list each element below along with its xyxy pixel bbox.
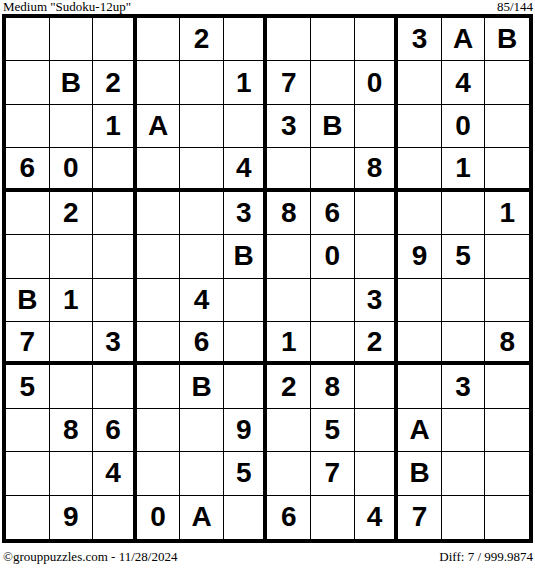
cell-r12c1[interactable] xyxy=(6,496,50,539)
cell-r9c5: B xyxy=(180,365,224,408)
cell-r1c5: 2 xyxy=(180,18,224,61)
cell-r9c2[interactable] xyxy=(50,365,94,408)
cell-r6c12[interactable] xyxy=(485,235,529,278)
cell-r6c11: 5 xyxy=(442,235,486,278)
cell-r8c2[interactable] xyxy=(50,322,94,365)
cell-r8c12: 8 xyxy=(485,322,529,365)
cell-r6c9[interactable] xyxy=(355,235,399,278)
cell-r5c5[interactable] xyxy=(180,192,224,235)
cell-r8c10[interactable] xyxy=(398,322,442,365)
cell-r9c7: 2 xyxy=(267,365,311,408)
cell-r5c8: 6 xyxy=(311,192,355,235)
cell-r10c5[interactable] xyxy=(180,409,224,452)
cell-r10c12[interactable] xyxy=(485,409,529,452)
cell-r3c6[interactable] xyxy=(224,105,268,148)
cell-r7c2: 1 xyxy=(50,279,94,322)
cell-r7c5: 4 xyxy=(180,279,224,322)
cell-r6c8: 0 xyxy=(311,235,355,278)
cell-r7c4[interactable] xyxy=(137,279,181,322)
cell-r6c6: B xyxy=(224,235,268,278)
cell-r2c4[interactable] xyxy=(137,61,181,104)
cell-r9c3[interactable] xyxy=(93,365,137,408)
cell-r4c1: 6 xyxy=(6,148,50,191)
cell-r11c11[interactable] xyxy=(442,452,486,495)
cell-r10c11[interactable] xyxy=(442,409,486,452)
cell-r10c2: 8 xyxy=(50,409,94,452)
cell-r11c3: 4 xyxy=(93,452,137,495)
cell-r1c1[interactable] xyxy=(6,18,50,61)
cell-r4c7[interactable] xyxy=(267,148,311,191)
cell-r8c1: 7 xyxy=(6,322,50,365)
cell-r1c6[interactable] xyxy=(224,18,268,61)
cell-r9c4[interactable] xyxy=(137,365,181,408)
cell-r7c8[interactable] xyxy=(311,279,355,322)
cell-r11c10: B xyxy=(398,452,442,495)
cell-r12c9: 4 xyxy=(355,496,399,539)
cell-r4c9: 8 xyxy=(355,148,399,191)
cell-r7c11[interactable] xyxy=(442,279,486,322)
cell-r11c2[interactable] xyxy=(50,452,94,495)
cell-r3c8: B xyxy=(311,105,355,148)
cell-r8c3: 3 xyxy=(93,322,137,365)
cell-r5c11[interactable] xyxy=(442,192,486,235)
cell-r8c9: 2 xyxy=(355,322,399,365)
cell-r5c2: 2 xyxy=(50,192,94,235)
cell-r6c3[interactable] xyxy=(93,235,137,278)
cell-r4c12[interactable] xyxy=(485,148,529,191)
puzzle-title: Medium "Sudoku-12up" xyxy=(3,0,131,14)
cell-r6c4[interactable] xyxy=(137,235,181,278)
cell-r9c10[interactable] xyxy=(398,365,442,408)
cell-r12c8[interactable] xyxy=(311,496,355,539)
cell-r5c12: 1 xyxy=(485,192,529,235)
cell-r1c10: 3 xyxy=(398,18,442,61)
cell-r9c9[interactable] xyxy=(355,365,399,408)
cell-r11c12[interactable] xyxy=(485,452,529,495)
cell-r1c8[interactable] xyxy=(311,18,355,61)
cell-r12c3[interactable] xyxy=(93,496,137,539)
cell-r7c7[interactable] xyxy=(267,279,311,322)
cell-r9c6[interactable] xyxy=(224,365,268,408)
cell-r10c10: A xyxy=(398,409,442,452)
cell-r10c1[interactable] xyxy=(6,409,50,452)
cell-r6c10: 9 xyxy=(398,235,442,278)
cell-r7c1: B xyxy=(6,279,50,322)
cell-r6c1[interactable] xyxy=(6,235,50,278)
cell-r9c11: 3 xyxy=(442,365,486,408)
cell-r4c5[interactable] xyxy=(180,148,224,191)
cell-r3c3: 1 xyxy=(93,105,137,148)
cell-r7c12[interactable] xyxy=(485,279,529,322)
cell-r11c6: 5 xyxy=(224,452,268,495)
cell-r3c4: A xyxy=(137,105,181,148)
cell-r2c5[interactable] xyxy=(180,61,224,104)
cell-r4c10[interactable] xyxy=(398,148,442,191)
cell-r7c3[interactable] xyxy=(93,279,137,322)
cell-r1c9[interactable] xyxy=(355,18,399,61)
cell-r2c6: 1 xyxy=(224,61,268,104)
cell-r12c10: 7 xyxy=(398,496,442,539)
cell-r12c5: A xyxy=(180,496,224,539)
cell-r4c2: 0 xyxy=(50,148,94,191)
cell-r5c6: 3 xyxy=(224,192,268,235)
cell-r5c10[interactable] xyxy=(398,192,442,235)
cell-r3c7: 3 xyxy=(267,105,311,148)
cell-r5c1[interactable] xyxy=(6,192,50,235)
cell-r11c9[interactable] xyxy=(355,452,399,495)
cell-r9c1: 5 xyxy=(6,365,50,408)
cell-r8c5: 6 xyxy=(180,322,224,365)
cell-r3c11: 0 xyxy=(442,105,486,148)
cell-r12c12[interactable] xyxy=(485,496,529,539)
cell-r9c8: 8 xyxy=(311,365,355,408)
cell-r4c8[interactable] xyxy=(311,148,355,191)
cell-counter: 85/144 xyxy=(497,0,533,14)
cell-r2c1[interactable] xyxy=(6,61,50,104)
cell-r8c7: 1 xyxy=(267,322,311,365)
cell-r12c7: 6 xyxy=(267,496,311,539)
cell-r3c9[interactable] xyxy=(355,105,399,148)
cell-r1c3[interactable] xyxy=(93,18,137,61)
cell-r3c12[interactable] xyxy=(485,105,529,148)
cell-r2c11: 4 xyxy=(442,61,486,104)
cell-r11c8: 7 xyxy=(311,452,355,495)
cell-r5c3[interactable] xyxy=(93,192,137,235)
cell-r12c6[interactable] xyxy=(224,496,268,539)
copyright-text: ©grouppuzzles.com - 11/28/2024 xyxy=(3,549,177,564)
cell-r3c5[interactable] xyxy=(180,105,224,148)
page-footer: ©grouppuzzles.com - 11/28/2024 Diff: 7 /… xyxy=(0,549,535,564)
cell-r5c7: 8 xyxy=(267,192,311,235)
cell-r1c2[interactable] xyxy=(50,18,94,61)
cell-r8c6[interactable] xyxy=(224,322,268,365)
cell-r2c10[interactable] xyxy=(398,61,442,104)
cell-r3c1[interactable] xyxy=(6,105,50,148)
cell-r10c7[interactable] xyxy=(267,409,311,452)
cell-r6c7[interactable] xyxy=(267,235,311,278)
cell-r3c10[interactable] xyxy=(398,105,442,148)
cell-r4c3[interactable] xyxy=(93,148,137,191)
page-header: Medium "Sudoku-12up" 85/144 xyxy=(0,0,535,14)
cell-r12c2: 9 xyxy=(50,496,94,539)
cell-r1c7[interactable] xyxy=(267,18,311,61)
cell-r8c8[interactable] xyxy=(311,322,355,365)
cell-r8c11[interactable] xyxy=(442,322,486,365)
cell-r8c4[interactable] xyxy=(137,322,181,365)
cell-r12c4: 0 xyxy=(137,496,181,539)
difficulty-text: Diff: 7 / 999.9874 xyxy=(439,549,533,564)
cell-r7c9: 3 xyxy=(355,279,399,322)
cell-r11c5[interactable] xyxy=(180,452,224,495)
cell-r5c4[interactable] xyxy=(137,192,181,235)
cell-r2c12[interactable] xyxy=(485,61,529,104)
sudoku-board: 23ABB217041A3B06048123861B095B1437361285… xyxy=(2,14,533,543)
cell-r4c11: 1 xyxy=(442,148,486,191)
cell-r6c2[interactable] xyxy=(50,235,94,278)
cell-r1c4[interactable] xyxy=(137,18,181,61)
cell-r3c2[interactable] xyxy=(50,105,94,148)
cell-r4c4[interactable] xyxy=(137,148,181,191)
cell-r4c6: 4 xyxy=(224,148,268,191)
cell-r10c9[interactable] xyxy=(355,409,399,452)
cell-r2c9: 0 xyxy=(355,61,399,104)
cell-r2c2: B xyxy=(50,61,94,104)
cell-r1c11: A xyxy=(442,18,486,61)
cell-r11c4[interactable] xyxy=(137,452,181,495)
cell-r11c1[interactable] xyxy=(6,452,50,495)
cell-r11c7[interactable] xyxy=(267,452,311,495)
cell-r9c12[interactable] xyxy=(485,365,529,408)
cell-r10c3: 6 xyxy=(93,409,137,452)
cell-r12c11[interactable] xyxy=(442,496,486,539)
cell-r2c8[interactable] xyxy=(311,61,355,104)
cell-r10c4[interactable] xyxy=(137,409,181,452)
cell-r2c7: 7 xyxy=(267,61,311,104)
cell-r7c10[interactable] xyxy=(398,279,442,322)
cell-r6c5[interactable] xyxy=(180,235,224,278)
cell-r10c6: 9 xyxy=(224,409,268,452)
cell-r1c12: B xyxy=(485,18,529,61)
cell-r5c9[interactable] xyxy=(355,192,399,235)
cell-r7c6[interactable] xyxy=(224,279,268,322)
cell-r2c3: 2 xyxy=(93,61,137,104)
cell-r10c8: 5 xyxy=(311,409,355,452)
